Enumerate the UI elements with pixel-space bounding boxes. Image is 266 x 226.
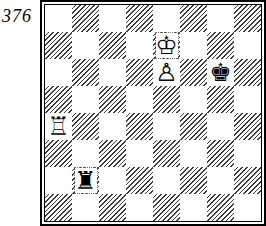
square-h3 [234, 140, 261, 167]
piece-white-king: ♔ [156, 33, 178, 58]
square-f8 [180, 5, 207, 32]
chess-board: ♔♙♚♖♜ [40, 0, 266, 226]
square-b4 [72, 113, 99, 140]
square-h4 [234, 113, 261, 140]
square-c2 [99, 167, 126, 194]
square-f6 [180, 59, 207, 86]
piece-white-rook: ♖ [48, 114, 70, 139]
square-a1 [45, 194, 72, 221]
square-h2 [234, 167, 261, 194]
square-e8 [153, 5, 180, 32]
square-f3 [180, 140, 207, 167]
square-a8 [45, 5, 72, 32]
square-g1 [207, 194, 234, 221]
square-d7 [126, 32, 153, 59]
square-c5 [99, 86, 126, 113]
square-f2 [180, 167, 207, 194]
square-b6 [72, 59, 99, 86]
piece-white-pawn: ♙ [156, 60, 178, 85]
diagram-number: 376 [2, 6, 32, 27]
square-b1 [72, 194, 99, 221]
square-d1 [126, 194, 153, 221]
square-e1 [153, 194, 180, 221]
square-b2: ♜ [72, 167, 99, 194]
square-c6 [99, 59, 126, 86]
square-d2 [126, 167, 153, 194]
square-b5 [72, 86, 99, 113]
square-f1 [180, 194, 207, 221]
square-e7: ♔ [153, 32, 180, 59]
square-f5 [180, 86, 207, 113]
square-d5 [126, 86, 153, 113]
square-e2 [153, 167, 180, 194]
square-c8 [99, 5, 126, 32]
square-h7 [234, 32, 261, 59]
square-d4 [126, 113, 153, 140]
square-c7 [99, 32, 126, 59]
piece-black-king: ♚ [210, 60, 232, 85]
square-d6 [126, 59, 153, 86]
square-e5 [153, 86, 180, 113]
square-g5 [207, 86, 234, 113]
square-g6: ♚ [207, 59, 234, 86]
square-c1 [99, 194, 126, 221]
square-f7 [180, 32, 207, 59]
square-a3 [45, 140, 72, 167]
square-h8 [234, 5, 261, 32]
square-e3 [153, 140, 180, 167]
square-d3 [126, 140, 153, 167]
square-a2 [45, 167, 72, 194]
square-f4 [180, 113, 207, 140]
square-b3 [72, 140, 99, 167]
square-b7 [72, 32, 99, 59]
board-grid: ♔♙♚♖♜ [44, 4, 262, 222]
square-a7 [45, 32, 72, 59]
page: 376 ♔♙♚♖♜ [0, 0, 266, 226]
square-h1 [234, 194, 261, 221]
square-g4 [207, 113, 234, 140]
square-c3 [99, 140, 126, 167]
square-g2 [207, 167, 234, 194]
square-a6 [45, 59, 72, 86]
square-c4 [99, 113, 126, 140]
square-g7 [207, 32, 234, 59]
piece-black-rook: ♜ [75, 168, 97, 193]
square-g8 [207, 5, 234, 32]
square-g3 [207, 140, 234, 167]
square-h6 [234, 59, 261, 86]
square-h5 [234, 86, 261, 113]
square-a5 [45, 86, 72, 113]
square-d8 [126, 5, 153, 32]
square-e4 [153, 113, 180, 140]
square-a4: ♖ [45, 113, 72, 140]
square-e6: ♙ [153, 59, 180, 86]
square-b8 [72, 5, 99, 32]
